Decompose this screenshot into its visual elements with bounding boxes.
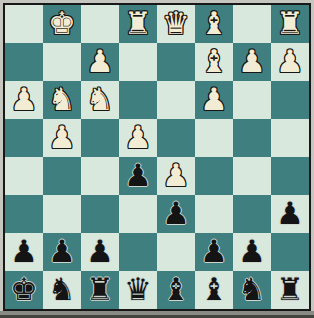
square-a3[interactable]: [271, 81, 309, 119]
black-pawn-piece-a6: ♟: [271, 195, 309, 233]
square-e4[interactable]: ♟: [119, 119, 157, 157]
square-e5[interactable]: ♟: [119, 157, 157, 195]
square-g1[interactable]: ♚: [43, 5, 81, 43]
white-pawn-piece-h3: ♟: [5, 81, 43, 119]
black-pawn-piece-e5: ♟: [119, 157, 157, 195]
square-d7[interactable]: [157, 233, 195, 271]
white-king-piece-g1: ♚: [43, 5, 81, 43]
square-h6[interactable]: [5, 195, 43, 233]
white-bishop-piece-c1: ♝: [195, 5, 233, 43]
square-f6[interactable]: [81, 195, 119, 233]
square-e1[interactable]: ♜: [119, 5, 157, 43]
black-pawn-piece-b7: ♟: [233, 233, 271, 271]
square-f4[interactable]: [81, 119, 119, 157]
square-h5[interactable]: [5, 157, 43, 195]
square-h2[interactable]: [5, 43, 43, 81]
square-c8[interactable]: ♝: [195, 271, 233, 309]
square-f7[interactable]: ♟: [81, 233, 119, 271]
square-c2[interactable]: ♝: [195, 43, 233, 81]
square-c1[interactable]: ♝: [195, 5, 233, 43]
square-a8[interactable]: ♜: [271, 271, 309, 309]
square-d1[interactable]: ♛: [157, 5, 195, 43]
white-pawn-piece-b2: ♟: [233, 43, 271, 81]
square-a1[interactable]: ♜: [271, 5, 309, 43]
black-queen-piece-e8: ♛: [119, 271, 157, 309]
square-f8[interactable]: ♜: [81, 271, 119, 309]
square-b8[interactable]: ♞: [233, 271, 271, 309]
square-b1[interactable]: [233, 5, 271, 43]
square-g3[interactable]: ♞: [43, 81, 81, 119]
white-knight-piece-f3: ♞: [81, 81, 119, 119]
black-bishop-piece-c8: ♝: [195, 271, 233, 309]
chess-diagram-image: ♚♜♛♝♜♟♝♟♟♟♞♞♟♟♟♟♟♟♟♟♟♟♟♟♚♞♜♛♝♝♞♜: [0, 0, 314, 318]
square-e6[interactable]: [119, 195, 157, 233]
square-h8[interactable]: ♚: [5, 271, 43, 309]
black-pawn-piece-d6: ♟: [157, 195, 195, 233]
white-pawn-piece-d5: ♟: [157, 157, 195, 195]
square-d5[interactable]: ♟: [157, 157, 195, 195]
black-pawn-piece-h7: ♟: [5, 233, 43, 271]
white-queen-piece-d1: ♛: [157, 5, 195, 43]
square-f3[interactable]: ♞: [81, 81, 119, 119]
chess-board: ♚♜♛♝♜♟♝♟♟♟♞♞♟♟♟♟♟♟♟♟♟♟♟♟♚♞♜♛♝♝♞♜: [3, 3, 311, 311]
square-h3[interactable]: ♟: [5, 81, 43, 119]
square-d8[interactable]: ♝: [157, 271, 195, 309]
square-h4[interactable]: [5, 119, 43, 157]
square-b3[interactable]: [233, 81, 271, 119]
square-f2[interactable]: ♟: [81, 43, 119, 81]
black-pawn-piece-f7: ♟: [81, 233, 119, 271]
square-g8[interactable]: ♞: [43, 271, 81, 309]
white-pawn-piece-e4: ♟: [119, 119, 157, 157]
square-c6[interactable]: [195, 195, 233, 233]
square-g4[interactable]: ♟: [43, 119, 81, 157]
square-e7[interactable]: [119, 233, 157, 271]
black-rook-piece-f8: ♜: [81, 271, 119, 309]
square-d2[interactable]: [157, 43, 195, 81]
black-knight-piece-b8: ♞: [233, 271, 271, 309]
black-pawn-piece-c7: ♟: [195, 233, 233, 271]
square-f1[interactable]: [81, 5, 119, 43]
white-bishop-piece-c2: ♝: [195, 43, 233, 81]
square-e3[interactable]: [119, 81, 157, 119]
square-g5[interactable]: [43, 157, 81, 195]
white-pawn-piece-c3: ♟: [195, 81, 233, 119]
square-b4[interactable]: [233, 119, 271, 157]
square-g2[interactable]: [43, 43, 81, 81]
square-a4[interactable]: [271, 119, 309, 157]
square-e8[interactable]: ♛: [119, 271, 157, 309]
square-d6[interactable]: ♟: [157, 195, 195, 233]
white-pawn-piece-a2: ♟: [271, 43, 309, 81]
square-b6[interactable]: [233, 195, 271, 233]
square-e2[interactable]: [119, 43, 157, 81]
square-a6[interactable]: ♟: [271, 195, 309, 233]
square-b7[interactable]: ♟: [233, 233, 271, 271]
white-pawn-piece-g4: ♟: [43, 119, 81, 157]
black-rook-piece-a8: ♜: [271, 271, 309, 309]
square-c7[interactable]: ♟: [195, 233, 233, 271]
square-d3[interactable]: [157, 81, 195, 119]
right-margin: [311, 0, 314, 311]
square-a7[interactable]: [271, 233, 309, 271]
square-h7[interactable]: ♟: [5, 233, 43, 271]
bottom-bevel-band: [0, 311, 314, 318]
square-h1[interactable]: [5, 5, 43, 43]
square-f5[interactable]: [81, 157, 119, 195]
black-knight-piece-g8: ♞: [43, 271, 81, 309]
white-rook-piece-e1: ♜: [119, 5, 157, 43]
white-rook-piece-a1: ♜: [271, 5, 309, 43]
square-d4[interactable]: [157, 119, 195, 157]
square-a5[interactable]: [271, 157, 309, 195]
square-g6[interactable]: [43, 195, 81, 233]
square-b2[interactable]: ♟: [233, 43, 271, 81]
square-a2[interactable]: ♟: [271, 43, 309, 81]
square-c4[interactable]: [195, 119, 233, 157]
square-g7[interactable]: ♟: [43, 233, 81, 271]
square-c5[interactable]: [195, 157, 233, 195]
black-bishop-piece-d8: ♝: [157, 271, 195, 309]
black-pawn-piece-g7: ♟: [43, 233, 81, 271]
square-c3[interactable]: ♟: [195, 81, 233, 119]
white-knight-piece-g3: ♞: [43, 81, 81, 119]
black-king-piece-h8: ♚: [5, 271, 43, 309]
square-b5[interactable]: [233, 157, 271, 195]
white-pawn-piece-f2: ♟: [81, 43, 119, 81]
